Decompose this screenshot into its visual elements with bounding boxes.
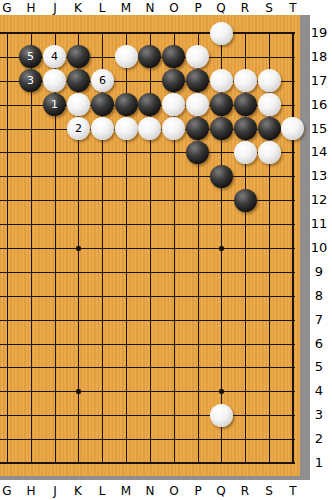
row-number-labels: 19181716151413121110987654321 <box>0 0 332 500</box>
row-label-9: 9 <box>306 264 332 279</box>
row-label-13: 13 <box>306 168 332 183</box>
row-label-11: 11 <box>306 216 332 231</box>
row-label-6: 6 <box>306 336 332 351</box>
row-label-18: 18 <box>306 49 332 64</box>
row-label-8: 8 <box>306 288 332 303</box>
go-board-diagram: 543612 GHJKLMNOPQRST GHJKLMNOPQRST 19181… <box>0 0 332 500</box>
row-label-19: 19 <box>306 25 332 40</box>
row-label-3: 3 <box>306 407 332 422</box>
row-label-1: 1 <box>306 455 332 470</box>
row-label-12: 12 <box>306 192 332 207</box>
row-label-7: 7 <box>306 312 332 327</box>
row-label-10: 10 <box>306 240 332 255</box>
row-label-17: 17 <box>306 73 332 88</box>
row-label-4: 4 <box>306 383 332 398</box>
row-label-5: 5 <box>306 359 332 374</box>
row-label-2: 2 <box>306 431 332 446</box>
row-label-14: 14 <box>306 144 332 159</box>
row-label-16: 16 <box>306 97 332 112</box>
row-label-15: 15 <box>306 121 332 136</box>
